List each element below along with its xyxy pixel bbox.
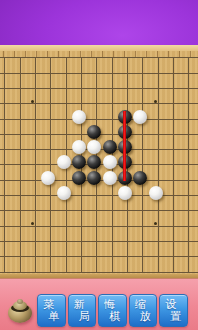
grid-hline (0, 210, 198, 211)
grid-vline (20, 57, 21, 272)
title-bar (0, 0, 198, 45)
grid-hline (0, 88, 198, 89)
grid-hline (0, 241, 198, 242)
grid-vline (50, 57, 51, 272)
button-char: 置 (170, 310, 181, 323)
black-stone (72, 155, 86, 169)
white-stone (133, 110, 147, 124)
menu-button-label: 菜单 (46, 298, 57, 323)
bowl-knob (17, 299, 23, 304)
white-stone (57, 155, 71, 169)
white-stone (41, 171, 55, 185)
new-game-button-label: 新局 (76, 298, 87, 323)
grid-hline (0, 226, 198, 227)
white-stone (103, 171, 117, 185)
toolbar-buttons: 菜单 新局 悔棋 缩放 设置 (37, 294, 188, 327)
button-char: 设 (165, 298, 176, 311)
black-stone (72, 171, 86, 185)
game-board[interactable] (0, 45, 198, 278)
grid-vline (188, 57, 189, 272)
winning-line-marker (123, 111, 126, 181)
grid-hline (0, 119, 198, 120)
white-stone (149, 186, 163, 200)
zoom-button[interactable]: 缩放 (129, 294, 158, 327)
button-char: 缩 (135, 298, 146, 311)
settings-button-label: 设置 (168, 298, 179, 323)
grid-hline (0, 195, 198, 196)
button-char: 单 (48, 310, 59, 323)
white-stone (72, 140, 86, 154)
black-stone (103, 140, 117, 154)
black-stone (87, 125, 101, 139)
grid-hline (0, 103, 198, 104)
zoom-button-label: 缩放 (137, 298, 148, 323)
stone-bowl-icon (7, 296, 33, 324)
grid-vline (158, 57, 159, 272)
white-stone (118, 186, 132, 200)
white-stone (87, 140, 101, 154)
grid-hline (0, 57, 198, 58)
black-stone (87, 171, 101, 185)
star-point (154, 100, 157, 103)
button-char: 菜 (43, 298, 54, 311)
button-char: 悔 (104, 298, 115, 311)
toolbar: 菜单 新局 悔棋 缩放 设置 (0, 278, 198, 330)
grid-hline (0, 73, 198, 74)
grid-vline (35, 57, 36, 272)
button-char: 局 (79, 310, 90, 323)
black-stone (87, 155, 101, 169)
white-stone (72, 110, 86, 124)
board-edge-ticks (0, 51, 198, 57)
white-stone (57, 186, 71, 200)
menu-button[interactable]: 菜单 (37, 294, 66, 327)
grid-vline (142, 57, 143, 272)
button-char: 放 (140, 310, 151, 323)
button-char: 新 (74, 298, 85, 311)
button-char: 棋 (109, 310, 120, 323)
new-game-button[interactable]: 新局 (68, 294, 97, 327)
white-stone (103, 155, 117, 169)
black-stone (133, 171, 147, 185)
undo-button[interactable]: 悔棋 (98, 294, 127, 327)
grid-vline (173, 57, 174, 272)
grid-vline (4, 57, 5, 272)
grid-hline (0, 272, 198, 273)
grid-hline (0, 256, 198, 257)
undo-button-label: 悔棋 (107, 298, 118, 323)
settings-button[interactable]: 设置 (159, 294, 188, 327)
